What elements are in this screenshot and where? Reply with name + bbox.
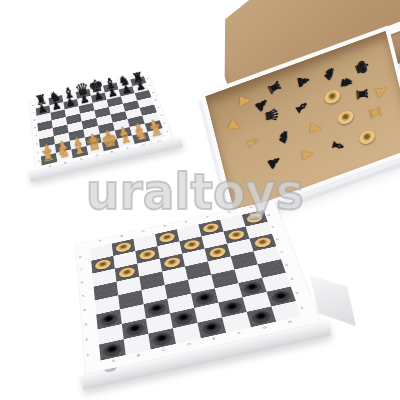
checkers-set: AA11BB22CC33DD44EE55FF66GG77HH88: [22, 123, 374, 400]
chess-square-c6: [65, 106, 81, 117]
file-label-top: E: [185, 220, 188, 223]
rank-label-right: 4: [157, 106, 160, 108]
checkers-square-c3: [144, 299, 170, 319]
checker-piece-black: [152, 331, 171, 346]
checkers-square-f4: [211, 269, 238, 288]
rank-label-right: 5: [154, 99, 157, 101]
checker-piece-wood: [95, 259, 111, 271]
checker-piece-black: [148, 302, 166, 316]
checkers-square-f5: [208, 256, 235, 274]
checker-piece-black: [195, 291, 214, 305]
checkers-square-g3: [238, 278, 266, 297]
chess-square-f6: [107, 96, 123, 107]
chess-square-b7: ♟: [50, 102, 65, 113]
checkers-square-a1: [99, 339, 126, 360]
rank-label-right: 7: [149, 85, 152, 87]
checkers-square-a5: [94, 282, 119, 301]
rank-label-right: 5: [280, 250, 284, 253]
checker-piece-black: [223, 300, 243, 314]
chess-piece-black-b: ♝: [102, 76, 118, 93]
file-label-top: G: [228, 211, 232, 214]
checkers-square-e5: [185, 261, 211, 279]
rank-label-right: 3: [290, 277, 294, 280]
chess-square-b8: ♞: [49, 95, 64, 105]
checker-piece-wood: [183, 239, 200, 251]
rank-label-left: 5: [82, 294, 85, 297]
checkers-square-e8: [177, 224, 202, 241]
rank-label-right: 8: [146, 78, 149, 80]
rank-label-left: 6: [81, 281, 84, 284]
checkers-square-b4: [118, 290, 143, 309]
checker-piece-wood: [202, 222, 219, 234]
checkers-square-h1: [271, 301, 301, 322]
rank-label-left: 7: [33, 112, 35, 114]
checkers-square-h7: [246, 222, 272, 239]
chess-square-c8: ♝: [62, 92, 77, 102]
checkers-square-h4: [258, 259, 286, 278]
file-label-top: G: [122, 79, 125, 81]
checkers-square-f7: [201, 231, 227, 248]
chess-square-f8: ♝: [103, 83, 119, 93]
checkers-square-e7: [179, 236, 204, 253]
checker-piece-wood: [227, 229, 245, 241]
checkers-square-e6: [182, 249, 208, 267]
chess-square-g5: [123, 100, 140, 111]
rank-label-left: 3: [84, 323, 87, 326]
product-photo-stage: ♜♞♝♛♚♝♞♜♟♟♟♟♟♟♟♟♟♟♟♟♟♟♟♟♜♞♝♛♚♝♞♜ AA11BB2…: [0, 0, 400, 400]
rank-label-left: 7: [80, 268, 83, 271]
checker-piece-wood: [139, 249, 156, 261]
loose-checker-wood: [323, 88, 341, 105]
loose-chess-piece-wood-p: ♟: [372, 82, 390, 101]
chess-square-a5: [37, 120, 52, 131]
chess-piece-black-p: ♟: [93, 90, 105, 103]
checkers-square-d7: [157, 241, 182, 258]
file-label-top: D: [163, 225, 167, 228]
chess-piece-black-n: ♞: [117, 73, 132, 89]
chess-piece-black-p: ♟: [78, 93, 90, 106]
chess-piece-black-p: ♟: [135, 80, 147, 93]
checkers-square-c1: [148, 328, 176, 349]
checkers-square-d4: [165, 280, 191, 299]
chess-square-h5: [137, 97, 154, 108]
checkers-square-c7: [135, 246, 159, 263]
chess-square-a7: ♟: [36, 105, 51, 116]
chess-piece-black-n: ♞: [48, 89, 63, 105]
loose-chess-piece-wood-r: ♜: [366, 104, 383, 122]
chess-square-b5: [52, 117, 68, 128]
chess-square-d8: ♛: [76, 89, 91, 99]
chess-square-a6: [37, 113, 52, 124]
rank-label-right: 6: [152, 92, 155, 94]
checkers-square-b5: [116, 277, 141, 296]
chess-square-g8: ♞: [117, 79, 133, 89]
file-label-top: A: [99, 239, 102, 242]
chess-square-d6: [79, 103, 95, 114]
loose-checker-wood: [337, 109, 355, 126]
checkers-square-d1: [173, 323, 201, 344]
file-label-top: F: [206, 216, 209, 219]
checkers-square-b6: [115, 264, 139, 282]
chess-square-c7: ♟: [63, 99, 78, 109]
checkers-square-c8: [133, 234, 157, 251]
checkers-scene: AA11BB22CC33DD44EE55FF66GG77HH88: [34, 88, 320, 374]
checkers-square-a2: [98, 324, 124, 345]
checker-piece-wood: [159, 232, 176, 244]
file-label-bottom: F: [237, 331, 241, 335]
file-label-bottom: E: [212, 337, 216, 341]
loose-chess-piece-black-k: ♚: [351, 57, 372, 79]
rank-label-right: 6: [275, 238, 279, 241]
file-label-bottom: G: [263, 326, 268, 330]
checkers-square-g4: [234, 264, 262, 283]
checkers-square-f1: [222, 312, 251, 333]
checkers-square-f3: [215, 283, 243, 302]
file-label-top: C: [142, 230, 145, 233]
checkers-square-a4: [95, 295, 120, 314]
chess-square-e5: [94, 107, 110, 118]
checkers-square-a7: [91, 256, 115, 274]
checkers-square-a3: [96, 309, 122, 329]
checkers-square-e1: [197, 317, 226, 338]
checker-piece-black: [126, 322, 144, 336]
rank-label-right: 2: [295, 291, 299, 294]
checkers-square-g7: [224, 227, 250, 244]
chess-piece-black-r: ♜: [131, 70, 146, 86]
checkers-square-d8: [155, 229, 179, 246]
file-label-top: B: [54, 95, 57, 97]
file-label-top: H: [249, 206, 253, 209]
checkers-square-b7: [113, 251, 137, 269]
checkers-square-f8: [198, 220, 223, 237]
checkers-square-c4: [141, 285, 167, 304]
rank-label-left: 8: [32, 104, 34, 106]
checkers-square-c5: [139, 272, 164, 291]
rank-label-left: 8: [79, 255, 82, 258]
checker-piece-black: [103, 342, 121, 357]
checkers-square-g5: [231, 251, 258, 269]
rank-label-left: 5: [34, 127, 36, 129]
file-label-top: D: [81, 88, 84, 90]
checkers-square-b1: [124, 334, 151, 355]
chess-square-c5: [66, 114, 82, 125]
chess-square-g6: [121, 93, 137, 104]
checkers-square-c6: [137, 259, 162, 277]
checkers-square-h5: [254, 246, 281, 264]
checkers-square-f2: [218, 297, 246, 317]
chess-square-b6: [51, 109, 66, 120]
loose-chess-piece-black-p: ♟: [294, 73, 311, 91]
checkers-square-g8: [220, 215, 245, 232]
checkers-square-b2: [122, 319, 149, 340]
checker-piece-black: [202, 321, 222, 335]
checker-piece-wood: [254, 236, 273, 248]
rank-label-left: 2: [85, 338, 88, 342]
checkers-square-h8: [242, 210, 268, 227]
checker-piece-wood: [119, 266, 136, 279]
rank-label-left: 4: [83, 308, 86, 311]
checker-piece-wood: [164, 256, 182, 268]
checkers-square-b3: [120, 304, 146, 324]
checker-piece-black: [174, 311, 193, 325]
chess-piece-black-p: ♟: [64, 96, 76, 109]
checkers-board-sheet: AA11BB22CC33DD44EE55FF66GG77HH88: [76, 200, 320, 374]
chess-square-g7: ♟: [119, 86, 135, 96]
file-label-bottom: B: [137, 354, 141, 358]
checkers-square-b8: [112, 239, 136, 256]
checkers-square-a6: [92, 269, 116, 287]
chess-piece-black-p: ♟: [36, 103, 48, 116]
chess-piece-black-b: ♝: [61, 85, 77, 102]
file-label-bottom: C: [162, 348, 166, 352]
chess-piece-black-r: ♜: [34, 93, 49, 109]
file-label-bottom: H: [288, 320, 293, 324]
checkers-square-d3: [167, 294, 194, 314]
file-label-top: H: [135, 76, 138, 78]
chess-piece-black-q: ♛: [74, 80, 92, 99]
checker-piece-wood: [246, 213, 264, 224]
chess-square-f5: [109, 104, 125, 115]
checkers-square-h6: [249, 234, 276, 252]
chess-square-h8: ♜: [130, 76, 146, 86]
checker-piece-black: [271, 290, 291, 304]
checker-piece-black: [243, 281, 263, 294]
chess-square-f7: ♟: [105, 89, 121, 99]
loose-checker-wood: [358, 129, 376, 146]
checkers-square-h2: [267, 287, 296, 307]
checker-piece-black: [100, 312, 118, 326]
rank-label-left: 6: [33, 119, 35, 121]
loose-chess-piece-black-b: ♝: [291, 97, 310, 118]
chess-square-h6: [135, 90, 152, 100]
chess-square-d7: ♟: [77, 96, 92, 106]
file-label-bottom: A: [112, 359, 116, 363]
checkers-square-e3: [191, 288, 218, 308]
chess-piece-black-p: ♟: [107, 86, 119, 99]
chess-square-h7: ♟: [132, 83, 148, 93]
rank-label-left: 1: [86, 353, 89, 357]
file-label-top: E: [95, 85, 98, 87]
file-label-top: B: [120, 235, 123, 238]
loose-chess-piece-black-n: ♞: [337, 75, 354, 91]
checker-piece-black: [251, 310, 271, 324]
checkers-square-e4: [188, 275, 215, 294]
checkers-square-g6: [227, 239, 253, 257]
rank-label-right: 7: [271, 226, 275, 229]
chess-piece-black-k: ♚: [87, 76, 106, 96]
checkers-square-d5: [162, 266, 188, 284]
checkers-square-g2: [242, 292, 271, 312]
chess-square-e7: ♟: [91, 93, 107, 103]
chess-square-d5: [80, 110, 96, 121]
checkers-square-d2: [170, 308, 197, 328]
checker-piece-wood: [115, 241, 131, 253]
chess-square-e6: [93, 100, 109, 111]
chess-square-e8: ♚: [89, 86, 104, 96]
loose-chess-piece-black-r: ♜: [353, 86, 369, 102]
checkers-square-d6: [160, 254, 185, 272]
rank-label-left: 4: [35, 135, 38, 138]
chess-square-a8: ♜: [35, 98, 50, 108]
file-label-top: F: [108, 82, 110, 84]
file-label-top: C: [68, 92, 71, 94]
checkers-square-c2: [146, 313, 173, 333]
checkers-square-f6: [205, 244, 231, 262]
rank-label-right: 8: [267, 214, 270, 217]
loose-chess-piece-black-n: ♞: [320, 64, 340, 85]
rank-label-right: 1: [300, 306, 304, 310]
rank-label-right: 4: [285, 263, 289, 266]
file-label-bottom: D: [187, 342, 191, 346]
loose-chess-piece-black-b: ♝: [328, 137, 346, 154]
checkers-square-a8: [90, 244, 113, 261]
checkers-square-h3: [262, 273, 291, 292]
checkers-square-g1: [247, 306, 276, 327]
chess-piece-black-p: ♟: [50, 99, 62, 112]
checker-piece-wood: [209, 246, 227, 258]
file-label-top: A: [40, 98, 43, 100]
chess-piece-black-p: ♟: [121, 83, 133, 96]
checkers-square-e2: [194, 303, 222, 323]
